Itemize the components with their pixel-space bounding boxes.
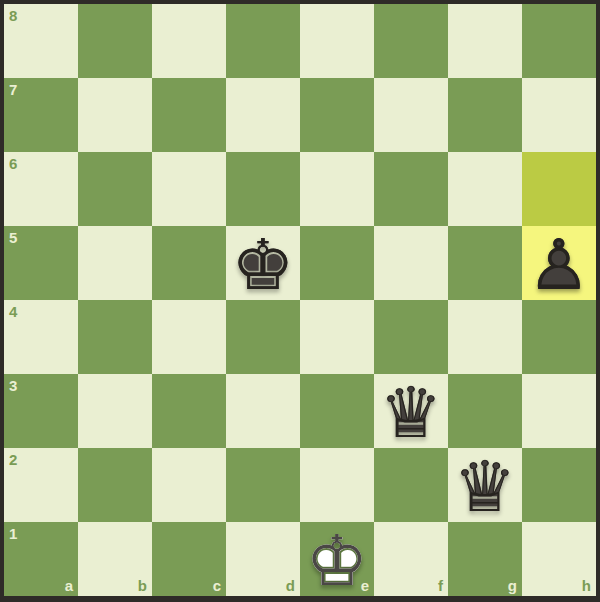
square-f6[interactable] xyxy=(374,152,448,226)
square-g7[interactable] xyxy=(448,78,522,152)
square-a1[interactable]: 1a xyxy=(4,522,78,596)
square-d7[interactable] xyxy=(226,78,300,152)
square-e4[interactable] xyxy=(300,300,374,374)
rank-label-6: 6 xyxy=(9,156,17,171)
square-g5[interactable] xyxy=(448,226,522,300)
square-h7[interactable] xyxy=(522,78,596,152)
square-e3[interactable] xyxy=(300,374,374,448)
square-h6[interactable] xyxy=(522,152,596,226)
square-c1[interactable]: c xyxy=(152,522,226,596)
rank-label-5: 5 xyxy=(9,230,17,245)
piece-black-queen[interactable]: ♛♕ xyxy=(448,448,522,522)
square-e1[interactable]: e♚♔ xyxy=(300,522,374,596)
square-c3[interactable] xyxy=(152,374,226,448)
square-b3[interactable] xyxy=(78,374,152,448)
square-c8[interactable] xyxy=(152,4,226,78)
square-h2[interactable] xyxy=(522,448,596,522)
square-c4[interactable] xyxy=(152,300,226,374)
square-g4[interactable] xyxy=(448,300,522,374)
black-queen-outline-glyph: ♕ xyxy=(374,376,448,450)
square-h5[interactable]: ♟♙ xyxy=(522,226,596,300)
square-a4[interactable]: 4 xyxy=(4,300,78,374)
square-c7[interactable] xyxy=(152,78,226,152)
rank-label-4: 4 xyxy=(9,304,17,319)
square-g6[interactable] xyxy=(448,152,522,226)
square-g8[interactable] xyxy=(448,4,522,78)
rank-label-8: 8 xyxy=(9,8,17,23)
file-label-a: a xyxy=(65,578,73,593)
square-f2[interactable] xyxy=(374,448,448,522)
piece-black-pawn[interactable]: ♟♙ xyxy=(522,226,596,300)
square-h4[interactable] xyxy=(522,300,596,374)
square-g2[interactable]: ♛♕ xyxy=(448,448,522,522)
square-e6[interactable] xyxy=(300,152,374,226)
rank-label-2: 2 xyxy=(9,452,17,467)
square-g3[interactable] xyxy=(448,374,522,448)
square-d1[interactable]: d xyxy=(226,522,300,596)
square-e7[interactable] xyxy=(300,78,374,152)
file-label-b: b xyxy=(138,578,147,593)
square-d4[interactable] xyxy=(226,300,300,374)
square-b2[interactable] xyxy=(78,448,152,522)
chess-board: 8765♚♔♟♙43♛♕2♛♕1abcde♚♔fgh xyxy=(4,4,596,596)
square-e8[interactable] xyxy=(300,4,374,78)
square-c2[interactable] xyxy=(152,448,226,522)
square-h3[interactable] xyxy=(522,374,596,448)
square-a3[interactable]: 3 xyxy=(4,374,78,448)
square-c6[interactable] xyxy=(152,152,226,226)
square-b6[interactable] xyxy=(78,152,152,226)
square-a5[interactable]: 5 xyxy=(4,226,78,300)
square-d5[interactable]: ♚♔ xyxy=(226,226,300,300)
black-queen-outline-glyph: ♕ xyxy=(448,450,522,524)
square-f7[interactable] xyxy=(374,78,448,152)
white-king-outline-glyph: ♔ xyxy=(300,524,374,598)
black-pawn-outline-glyph: ♙ xyxy=(522,228,596,302)
square-g1[interactable]: g xyxy=(448,522,522,596)
black-king-outline-glyph: ♔ xyxy=(226,228,300,302)
rank-label-3: 3 xyxy=(9,378,17,393)
square-b7[interactable] xyxy=(78,78,152,152)
piece-white-king[interactable]: ♚♔ xyxy=(300,522,374,596)
square-e2[interactable] xyxy=(300,448,374,522)
square-b4[interactable] xyxy=(78,300,152,374)
file-label-g: g xyxy=(508,578,517,593)
square-h8[interactable] xyxy=(522,4,596,78)
square-f1[interactable]: f xyxy=(374,522,448,596)
square-f4[interactable] xyxy=(374,300,448,374)
file-label-h: h xyxy=(582,578,591,593)
square-d2[interactable] xyxy=(226,448,300,522)
square-d3[interactable] xyxy=(226,374,300,448)
square-e5[interactable] xyxy=(300,226,374,300)
square-a2[interactable]: 2 xyxy=(4,448,78,522)
file-label-c: c xyxy=(213,578,221,593)
square-d6[interactable] xyxy=(226,152,300,226)
piece-black-king[interactable]: ♚♔ xyxy=(226,226,300,300)
square-f5[interactable] xyxy=(374,226,448,300)
square-f3[interactable]: ♛♕ xyxy=(374,374,448,448)
square-h1[interactable]: h xyxy=(522,522,596,596)
square-d8[interactable] xyxy=(226,4,300,78)
square-f8[interactable] xyxy=(374,4,448,78)
square-a6[interactable]: 6 xyxy=(4,152,78,226)
square-b8[interactable] xyxy=(78,4,152,78)
rank-label-7: 7 xyxy=(9,82,17,97)
square-c5[interactable] xyxy=(152,226,226,300)
piece-black-queen[interactable]: ♛♕ xyxy=(374,374,448,448)
square-b5[interactable] xyxy=(78,226,152,300)
square-a8[interactable]: 8 xyxy=(4,4,78,78)
square-b1[interactable]: b xyxy=(78,522,152,596)
rank-label-1: 1 xyxy=(9,526,17,541)
square-a7[interactable]: 7 xyxy=(4,78,78,152)
file-label-f: f xyxy=(438,578,443,593)
file-label-d: d xyxy=(286,578,295,593)
